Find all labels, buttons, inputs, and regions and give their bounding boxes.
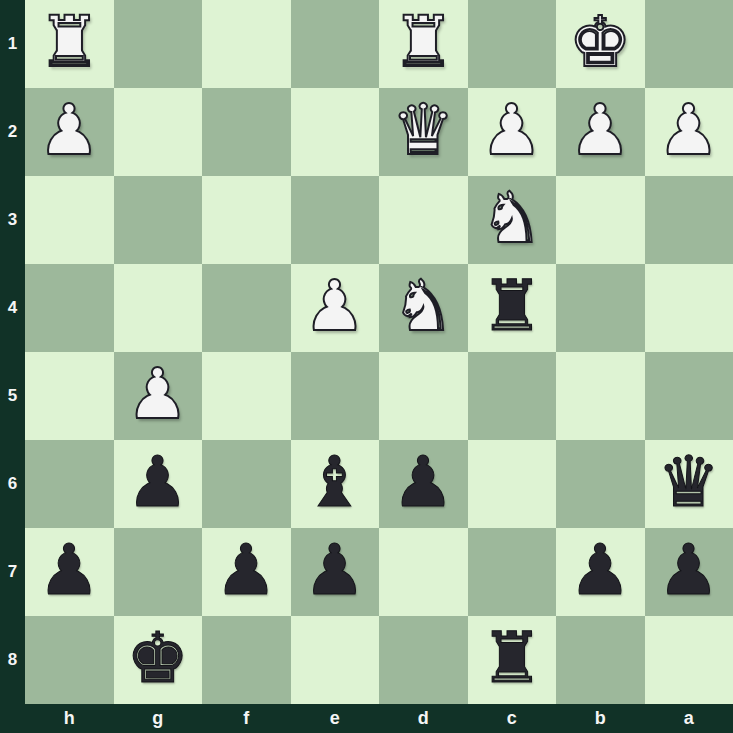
piece-white-rook-d1[interactable]: ♜ — [392, 7, 455, 77]
square-h8[interactable] — [25, 616, 114, 704]
file-label-g: g — [114, 704, 203, 733]
square-h3[interactable] — [25, 176, 114, 264]
square-b4[interactable] — [556, 264, 645, 352]
piece-black-rook-c4[interactable]: ♜ — [480, 271, 543, 341]
square-a7[interactable]: ♟ — [645, 528, 733, 616]
square-f7[interactable]: ♟ — [202, 528, 291, 616]
chess-board: ♜♜♚♟♛♟♟♟♞♟♞♜♟♟♝♟♛♟♟♟♟♟♚♜ — [25, 0, 733, 704]
square-f2[interactable] — [202, 88, 291, 176]
square-f3[interactable] — [202, 176, 291, 264]
square-c4[interactable]: ♜ — [468, 264, 557, 352]
square-d2[interactable]: ♛ — [379, 88, 468, 176]
square-d6[interactable]: ♟ — [379, 440, 468, 528]
square-a8[interactable] — [645, 616, 733, 704]
square-a6[interactable]: ♛ — [645, 440, 733, 528]
square-a3[interactable] — [645, 176, 733, 264]
square-g3[interactable] — [114, 176, 203, 264]
square-h1[interactable]: ♜ — [25, 0, 114, 88]
square-b7[interactable]: ♟ — [556, 528, 645, 616]
square-g5[interactable]: ♟ — [114, 352, 203, 440]
rank-labels: 12345678 — [0, 0, 25, 704]
square-g2[interactable] — [114, 88, 203, 176]
piece-black-pawn-d6[interactable]: ♟ — [392, 447, 455, 517]
square-h6[interactable] — [25, 440, 114, 528]
piece-white-knight-d4[interactable]: ♞ — [392, 271, 455, 341]
square-h5[interactable] — [25, 352, 114, 440]
piece-white-pawn-a2[interactable]: ♟ — [657, 95, 720, 165]
piece-black-pawn-b7[interactable]: ♟ — [569, 535, 632, 605]
piece-black-pawn-f7[interactable]: ♟ — [215, 535, 278, 605]
square-b1[interactable]: ♚ — [556, 0, 645, 88]
square-a5[interactable] — [645, 352, 733, 440]
square-c2[interactable]: ♟ — [468, 88, 557, 176]
square-e2[interactable] — [291, 88, 380, 176]
square-h2[interactable]: ♟ — [25, 88, 114, 176]
piece-white-rook-h1[interactable]: ♜ — [38, 7, 101, 77]
square-g6[interactable]: ♟ — [114, 440, 203, 528]
square-c1[interactable] — [468, 0, 557, 88]
square-f5[interactable] — [202, 352, 291, 440]
square-a4[interactable] — [645, 264, 733, 352]
rank-label-3: 3 — [0, 176, 25, 264]
square-h7[interactable]: ♟ — [25, 528, 114, 616]
square-d1[interactable]: ♜ — [379, 0, 468, 88]
file-label-e: e — [291, 704, 380, 733]
square-e1[interactable] — [291, 0, 380, 88]
square-e5[interactable] — [291, 352, 380, 440]
piece-white-pawn-c2[interactable]: ♟ — [480, 95, 543, 165]
square-c5[interactable] — [468, 352, 557, 440]
square-g8[interactable]: ♚ — [114, 616, 203, 704]
square-b8[interactable] — [556, 616, 645, 704]
file-label-c: c — [468, 704, 557, 733]
rank-label-8: 8 — [0, 616, 25, 704]
square-d4[interactable]: ♞ — [379, 264, 468, 352]
rank-label-4: 4 — [0, 264, 25, 352]
chess-board-frame: ♜♜♚♟♛♟♟♟♞♟♞♜♟♟♝♟♛♟♟♟♟♟♚♜ 12345678 hgfedc… — [0, 0, 733, 733]
rank-label-6: 6 — [0, 440, 25, 528]
square-e3[interactable] — [291, 176, 380, 264]
piece-white-king-b1[interactable]: ♚ — [569, 7, 632, 77]
square-h4[interactable] — [25, 264, 114, 352]
square-c8[interactable]: ♜ — [468, 616, 557, 704]
square-f1[interactable] — [202, 0, 291, 88]
square-a2[interactable]: ♟ — [645, 88, 733, 176]
file-label-h: h — [25, 704, 114, 733]
file-labels: hgfedcba — [25, 704, 733, 733]
piece-white-pawn-b2[interactable]: ♟ — [569, 95, 632, 165]
piece-white-queen-d2[interactable]: ♛ — [392, 95, 455, 165]
square-b2[interactable]: ♟ — [556, 88, 645, 176]
piece-black-pawn-g6[interactable]: ♟ — [126, 447, 189, 517]
square-f6[interactable] — [202, 440, 291, 528]
file-label-d: d — [379, 704, 468, 733]
square-d8[interactable] — [379, 616, 468, 704]
square-g1[interactable] — [114, 0, 203, 88]
rank-label-5: 5 — [0, 352, 25, 440]
square-f4[interactable] — [202, 264, 291, 352]
piece-black-king-g8[interactable]: ♚ — [126, 623, 189, 693]
square-e7[interactable]: ♟ — [291, 528, 380, 616]
piece-black-pawn-a7[interactable]: ♟ — [657, 535, 720, 605]
file-label-f: f — [202, 704, 291, 733]
piece-white-pawn-e4[interactable]: ♟ — [303, 271, 366, 341]
piece-white-knight-c3[interactable]: ♞ — [480, 183, 543, 253]
square-c6[interactable] — [468, 440, 557, 528]
square-c3[interactable]: ♞ — [468, 176, 557, 264]
rank-label-2: 2 — [0, 88, 25, 176]
square-d7[interactable] — [379, 528, 468, 616]
square-g7[interactable] — [114, 528, 203, 616]
square-b6[interactable] — [556, 440, 645, 528]
square-c7[interactable] — [468, 528, 557, 616]
square-a1[interactable] — [645, 0, 733, 88]
square-f8[interactable] — [202, 616, 291, 704]
rank-label-1: 1 — [0, 0, 25, 88]
piece-white-pawn-g5[interactable]: ♟ — [126, 359, 189, 429]
piece-white-pawn-h2[interactable]: ♟ — [38, 95, 101, 165]
piece-black-queen-a6[interactable]: ♛ — [657, 447, 720, 517]
square-d3[interactable] — [379, 176, 468, 264]
square-d5[interactable] — [379, 352, 468, 440]
square-e8[interactable] — [291, 616, 380, 704]
piece-black-pawn-e7[interactable]: ♟ — [303, 535, 366, 605]
square-g4[interactable] — [114, 264, 203, 352]
square-b5[interactable] — [556, 352, 645, 440]
square-e6[interactable]: ♝ — [291, 440, 380, 528]
piece-black-rook-c8[interactable]: ♜ — [480, 623, 543, 693]
file-label-b: b — [556, 704, 645, 733]
rank-label-7: 7 — [0, 528, 25, 616]
square-b3[interactable] — [556, 176, 645, 264]
piece-black-pawn-h7[interactable]: ♟ — [38, 535, 101, 605]
piece-black-bishop-e6[interactable]: ♝ — [303, 447, 366, 517]
square-e4[interactable]: ♟ — [291, 264, 380, 352]
file-label-a: a — [645, 704, 733, 733]
